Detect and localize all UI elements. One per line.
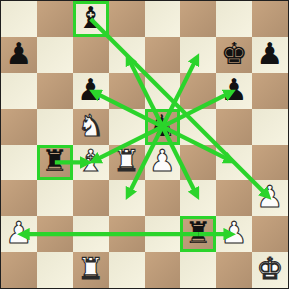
square-c4[interactable]: ♝	[73, 145, 109, 181]
square-c3[interactable]	[73, 180, 109, 216]
square-f8[interactable]	[180, 1, 216, 37]
square-c1[interactable]: ♜	[73, 252, 109, 288]
square-b8[interactable]	[37, 1, 73, 37]
square-d8[interactable]	[109, 1, 145, 37]
square-f1[interactable]	[180, 252, 216, 288]
square-a4[interactable]	[1, 145, 37, 181]
square-d7[interactable]	[109, 37, 145, 73]
white-knight-c5[interactable]: ♞	[77, 111, 104, 141]
white-pawn-a2[interactable]: ♟	[5, 218, 32, 248]
square-g1[interactable]	[216, 252, 252, 288]
square-d2[interactable]	[109, 216, 145, 252]
square-a2[interactable]: ♟	[1, 216, 37, 252]
square-h6[interactable]	[252, 73, 288, 109]
square-e3[interactable]	[145, 180, 181, 216]
square-b1[interactable]	[37, 252, 73, 288]
square-e5[interactable]: ♞	[145, 109, 181, 145]
board-squares: ♝♟♚♟♟♟♞♞♜♝♜♟♟♟♜♟♜♚	[1, 1, 288, 288]
black-rook-f2[interactable]: ♜	[185, 218, 212, 248]
square-b7[interactable]	[37, 37, 73, 73]
white-pawn-h3[interactable]: ♟	[257, 182, 284, 212]
square-b5[interactable]	[37, 109, 73, 145]
square-f2[interactable]: ♜	[180, 216, 216, 252]
black-bishop-c8[interactable]: ♝	[77, 3, 104, 33]
square-f7[interactable]	[180, 37, 216, 73]
square-b3[interactable]	[37, 180, 73, 216]
square-c2[interactable]	[73, 216, 109, 252]
square-d1[interactable]	[109, 252, 145, 288]
black-pawn-g6[interactable]: ♟	[221, 75, 248, 105]
square-d6[interactable]	[109, 73, 145, 109]
black-pawn-a7[interactable]: ♟	[5, 39, 32, 69]
square-g7[interactable]: ♚	[216, 37, 252, 73]
white-pawn-e4[interactable]: ♟	[149, 146, 176, 176]
white-pawn-g2[interactable]: ♟	[221, 218, 248, 248]
square-e6[interactable]	[145, 73, 181, 109]
black-king-g7[interactable]: ♚	[221, 39, 248, 69]
square-c5[interactable]: ♞	[73, 109, 109, 145]
white-king-h1[interactable]: ♚	[257, 254, 284, 284]
square-g3[interactable]	[216, 180, 252, 216]
square-g2[interactable]: ♟	[216, 216, 252, 252]
white-rook-c1[interactable]: ♜	[77, 254, 104, 284]
square-b6[interactable]	[37, 73, 73, 109]
square-e8[interactable]	[145, 1, 181, 37]
square-f4[interactable]	[180, 145, 216, 181]
square-e2[interactable]	[145, 216, 181, 252]
square-e1[interactable]	[145, 252, 181, 288]
square-f6[interactable]	[180, 73, 216, 109]
square-c8[interactable]: ♝	[73, 1, 109, 37]
square-g5[interactable]	[216, 109, 252, 145]
square-h4[interactable]	[252, 145, 288, 181]
black-pawn-c6[interactable]: ♟	[77, 75, 104, 105]
square-c7[interactable]	[73, 37, 109, 73]
square-a5[interactable]	[1, 109, 37, 145]
square-g4[interactable]	[216, 145, 252, 181]
square-a6[interactable]	[1, 73, 37, 109]
square-a1[interactable]	[1, 252, 37, 288]
white-bishop-c4[interactable]: ♝	[77, 146, 104, 176]
square-h3[interactable]: ♟	[252, 180, 288, 216]
black-rook-b4[interactable]: ♜	[41, 146, 68, 176]
square-e4[interactable]: ♟	[145, 145, 181, 181]
square-c6[interactable]: ♟	[73, 73, 109, 109]
square-d3[interactable]	[109, 180, 145, 216]
square-h2[interactable]	[252, 216, 288, 252]
square-a3[interactable]	[1, 180, 37, 216]
square-h7[interactable]: ♟	[252, 37, 288, 73]
square-g8[interactable]	[216, 1, 252, 37]
square-g6[interactable]: ♟	[216, 73, 252, 109]
black-pawn-h7[interactable]: ♟	[257, 39, 284, 69]
square-d4[interactable]: ♜	[109, 145, 145, 181]
square-d5[interactable]	[109, 109, 145, 145]
square-b2[interactable]	[37, 216, 73, 252]
square-b4[interactable]: ♜	[37, 145, 73, 181]
chess-board: ♝♟♚♟♟♟♞♞♜♝♜♟♟♟♜♟♜♚	[0, 0, 289, 289]
black-knight-e5[interactable]: ♞	[149, 111, 176, 141]
square-h1[interactable]: ♚	[252, 252, 288, 288]
square-a8[interactable]	[1, 1, 37, 37]
square-f5[interactable]	[180, 109, 216, 145]
square-h8[interactable]	[252, 1, 288, 37]
square-f3[interactable]	[180, 180, 216, 216]
square-h5[interactable]	[252, 109, 288, 145]
square-e7[interactable]	[145, 37, 181, 73]
square-a7[interactable]: ♟	[1, 37, 37, 73]
white-rook-d4[interactable]: ♜	[113, 146, 140, 176]
